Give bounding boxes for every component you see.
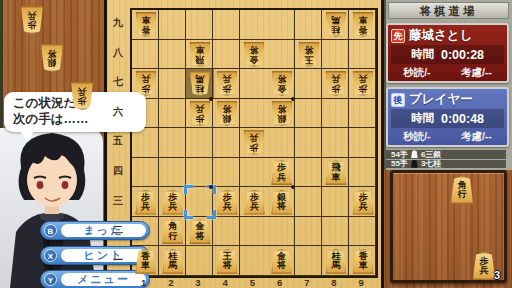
file-label-8: 8 <box>320 277 347 288</box>
rank-label-八: 八 <box>107 38 129 68</box>
sente-piece-icon <box>411 160 418 168</box>
gote-badge: 後 <box>391 93 405 107</box>
file-label-1: 1 <box>130 277 157 288</box>
gamepad-b-icon: B <box>44 224 57 237</box>
board-star-point <box>291 185 295 189</box>
gote-piece-icon <box>411 150 418 158</box>
board-star-point <box>291 97 295 101</box>
board-star-point <box>209 97 213 101</box>
sente-badge: 先 <box>391 29 405 43</box>
gote-consideration: 考慮/-- <box>461 130 492 144</box>
gote-byoyomi: 秒読/- <box>403 130 430 144</box>
rank-label-四: 四 <box>107 156 129 186</box>
gote-time-value: 0:00:48 <box>441 112 484 126</box>
matta-button-label: まった <box>61 224 146 237</box>
sente-byoyomi: 秒読/- <box>403 66 430 80</box>
file-label-2: 2 <box>157 277 184 288</box>
sente-hand-piece-歩兵[interactable]: 歩兵 <box>20 6 44 34</box>
file-label-5: 5 <box>239 277 266 288</box>
file-label-4: 4 <box>212 277 239 288</box>
rank-label-七: 七 <box>107 67 129 97</box>
sente-time-value: 0:00:28 <box>441 48 484 62</box>
gamepad-x-icon: X <box>44 249 57 262</box>
board-cursor[interactable] <box>186 187 214 217</box>
file-label-9: 9 <box>348 277 375 288</box>
app-title: 将棋道場 <box>388 2 509 19</box>
shogi-game-screen: 将棋道場 先 藤城さとし 時間 0:00:28 秒読/- 考慮/-- 後 プレイ… <box>0 0 512 288</box>
sente-consideration: 考慮/-- <box>461 66 492 80</box>
rank-label-三: 三 <box>107 186 129 216</box>
rank-label-二: 二 <box>107 215 129 245</box>
rank-label-一: 一 <box>107 245 129 275</box>
file-label-6: 6 <box>266 277 293 288</box>
gote-player-panel: 後 プレイヤー 時間 0:00:48 秒読/- 考慮/-- <box>386 87 509 147</box>
move-number: 55手 <box>391 158 408 169</box>
rank-label-五: 五 <box>107 126 129 156</box>
gote-time-label: 時間 <box>411 111 434 126</box>
hint-button[interactable]: X ヒント <box>40 246 150 265</box>
move-history: 54手6三銀55手3七桂 <box>386 150 506 169</box>
file-label-7: 7 <box>293 277 320 288</box>
gote-pawn-count-badge: 3 <box>494 269 500 281</box>
matta-button[interactable]: B まった <box>40 221 150 240</box>
gamepad-y-icon: Y <box>44 273 57 286</box>
sente-time-label: 時間 <box>411 47 434 62</box>
sente-hand-piece-銀将[interactable]: 銀将 <box>40 44 64 72</box>
rank-label-九: 九 <box>107 8 129 38</box>
file-label-3: 3 <box>184 277 211 288</box>
move-history-row: 54手6三銀 <box>386 150 506 159</box>
sente-player-name: 藤城さとし <box>409 27 472 44</box>
gote-player-name: プレイヤー <box>409 91 473 108</box>
hint-button-label: ヒント <box>61 249 146 262</box>
sente-player-panel: 先 藤城さとし 時間 0:00:28 秒読/- 考慮/-- <box>386 23 509 83</box>
move-text: 3七桂 <box>421 158 441 169</box>
rank-label-六: 六 <box>107 97 129 127</box>
move-history-row: 55手3七桂 <box>386 160 506 169</box>
